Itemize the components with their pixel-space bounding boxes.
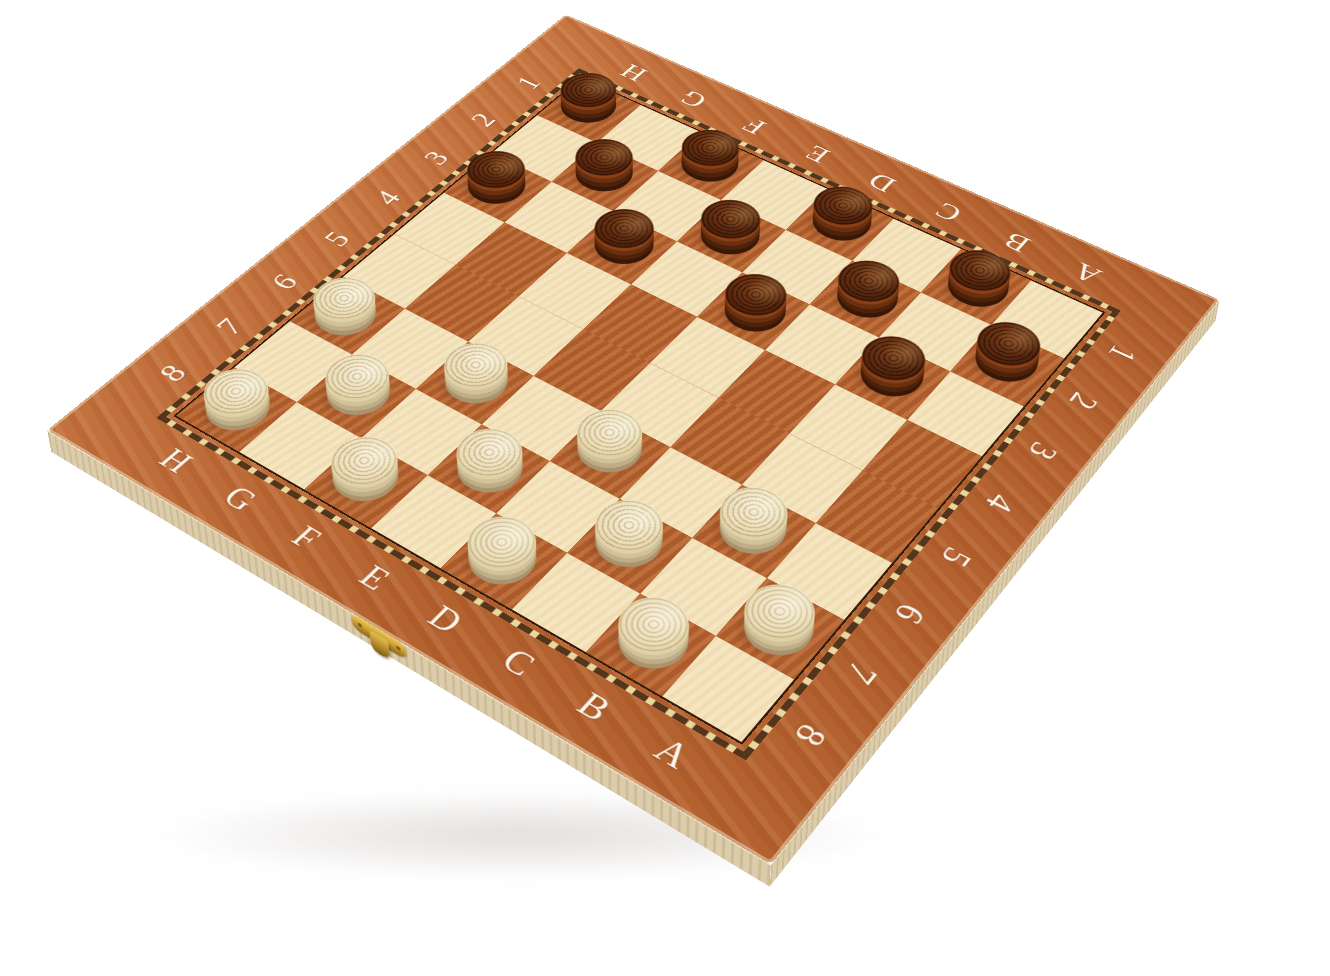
clasp-latch — [351, 613, 407, 661]
rank-label-left-2: 2 — [466, 110, 501, 130]
rank-label-left-5: 5 — [319, 228, 356, 250]
checker-light-F6[interactable] — [432, 353, 520, 415]
file-label-bottom-F: F — [285, 521, 327, 554]
rank-label-left-7: 7 — [211, 314, 249, 338]
file-label-bottom-H: H — [153, 444, 199, 478]
file-label-bottom-C: C — [495, 643, 541, 682]
rank-label-left-8: 8 — [154, 360, 193, 385]
file-label-bottom-D: D — [422, 600, 470, 639]
file-label-bottom-A: A — [648, 732, 697, 775]
product-photo-stage: HHGGFFEEDDCCBBAA1122334455667788 — [0, 0, 1330, 976]
checker-light-G7[interactable] — [314, 364, 403, 426]
rank-label-right-1: 1 — [1102, 341, 1143, 366]
file-label-top-C: C — [930, 199, 966, 225]
checker-light-C7[interactable] — [582, 509, 675, 580]
file-label-top-F: F — [738, 114, 771, 137]
rank-label-left-6: 6 — [266, 270, 304, 293]
rank-label-left-3: 3 — [419, 147, 455, 168]
file-label-top-G: G — [674, 87, 711, 111]
file-label-top-D: D — [863, 169, 901, 195]
file-label-bottom-B: B — [571, 687, 618, 727]
checker-light-D6[interactable] — [564, 419, 654, 484]
checker-dark-H3[interactable] — [456, 162, 536, 214]
file-label-bottom-G: G — [217, 481, 263, 516]
file-label-top-A: A — [1067, 259, 1106, 288]
clasp-screw — [358, 622, 363, 628]
rank-label-right-2: 2 — [1063, 388, 1104, 414]
clasp-screw — [396, 645, 401, 651]
rank-label-right-6: 6 — [888, 598, 933, 629]
file-label-top-E: E — [800, 142, 834, 166]
file-label-top-H: H — [615, 61, 652, 85]
rank-label-right-3: 3 — [1022, 437, 1064, 464]
rank-label-right-4: 4 — [979, 488, 1022, 516]
file-label-top-B: B — [998, 229, 1035, 256]
rank-label-left-1: 1 — [511, 73, 546, 92]
rank-label-right-5: 5 — [935, 542, 979, 571]
file-label-bottom-E: E — [353, 560, 397, 595]
rank-label-right-7: 7 — [839, 657, 885, 689]
checkers-board: HHGGFFEEDDCCBBAA1122334455667788 — [47, 15, 1219, 865]
checker-dark-A2[interactable] — [964, 332, 1049, 393]
clasp-tongue — [370, 630, 390, 660]
rank-label-right-8: 8 — [788, 718, 835, 752]
playing-field — [173, 77, 1105, 745]
rank-label-left-4: 4 — [370, 187, 406, 209]
